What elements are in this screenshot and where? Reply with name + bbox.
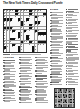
page-title: The New York Times Daily Crossword Puzzl…: [3, 2, 63, 5]
clue-text-line: [35, 102, 49, 103]
crossword-grid: [3, 9, 47, 53]
clue-column-down-1: DOWN: [50, 9, 64, 86]
clue-text-line: [66, 84, 80, 85]
copyright-caption: [3, 54, 43, 55]
clue-column-across-1: ACROSS: [3, 57, 17, 105]
solution-letter-cell: [73, 106, 74, 107]
clue-column-down-2: [66, 9, 80, 86]
caption-rest-text: [11, 54, 41, 55]
clue-text-line: [3, 101, 17, 102]
clue-column-across-2: [19, 57, 33, 105]
solution-grid: [54, 88, 75, 109]
clue-text-line: [19, 102, 33, 103]
clue-text-line: [50, 84, 64, 85]
clue-column-across-3: [35, 57, 49, 105]
crossword-page: The New York Times Daily Crossword Puzzl…: [0, 0, 80, 109]
caption-lead-text: [3, 54, 10, 55]
grid-cell: [43, 49, 45, 51]
